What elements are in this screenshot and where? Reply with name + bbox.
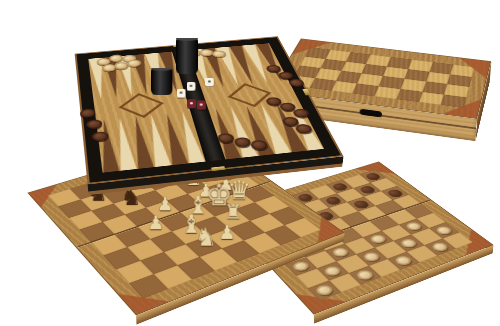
light-checker-piece [393,255,413,267]
diamond-inlay-left [118,93,163,118]
closed-square [400,79,425,92]
closed-square [310,78,336,91]
chess-square-d2 [186,236,223,257]
chess-square-c3 [150,231,186,252]
backgammon-point-bottom-11 [269,102,308,153]
checkers-square [317,261,349,280]
closed-square [426,72,451,85]
points-top-left [88,52,184,100]
closed-square [357,73,383,86]
closed-square [422,81,447,94]
backgammon-point-bottom-5 [159,112,189,165]
closed-square [353,83,379,96]
chess-square-f2 [229,221,265,241]
closed-square [444,84,469,97]
light-checker-piece [354,269,375,281]
closed-square [331,81,357,94]
closed-square [396,89,422,102]
checkers-square [356,248,387,266]
checkers-square [411,228,442,245]
points-top-right [188,43,289,89]
diamond-inlay-right [228,83,272,107]
backgammon-point-bottom-10 [254,103,292,154]
product-photo-scene: ♞♞♞♟♟♟♟♝♚♛♝♜♞♟ [0,0,500,326]
backgammon-point-bottom-2 [112,117,138,171]
clasp-slot [360,108,382,117]
closed-square [336,71,362,84]
backgammon-point-bottom-3 [128,115,155,168]
backgammon-point-bottom-8 [224,106,259,158]
closed-square [383,66,408,78]
backgammon-point-bottom-4 [143,114,171,167]
light-checker-piece [361,251,381,263]
chess-square-c4 [137,219,172,239]
closed-square [447,74,472,87]
backgammon-point-bottom-9 [239,105,275,156]
backgammon-point-bottom-7 [208,108,242,160]
points-bottom-left [96,111,206,173]
backgammon-point-bottom-6 [175,111,206,164]
closed-square [441,94,467,108]
chess-square-d3 [172,224,208,244]
points-bottom-right [208,100,324,159]
chess-square-d4 [159,212,194,231]
light-checker-piece [434,225,453,235]
closed-square [315,68,341,80]
backgammon-point-bottom-1 [96,118,120,172]
light-checker-piece [430,241,450,252]
light-checker-piece [314,284,335,297]
closed-square [374,86,400,99]
chess-square-c2 [163,244,200,266]
backgammon-field [88,43,324,172]
closed-square [419,92,445,105]
closed-square [404,69,429,81]
closed-square [379,76,405,89]
chess-square-g2 [249,213,285,232]
